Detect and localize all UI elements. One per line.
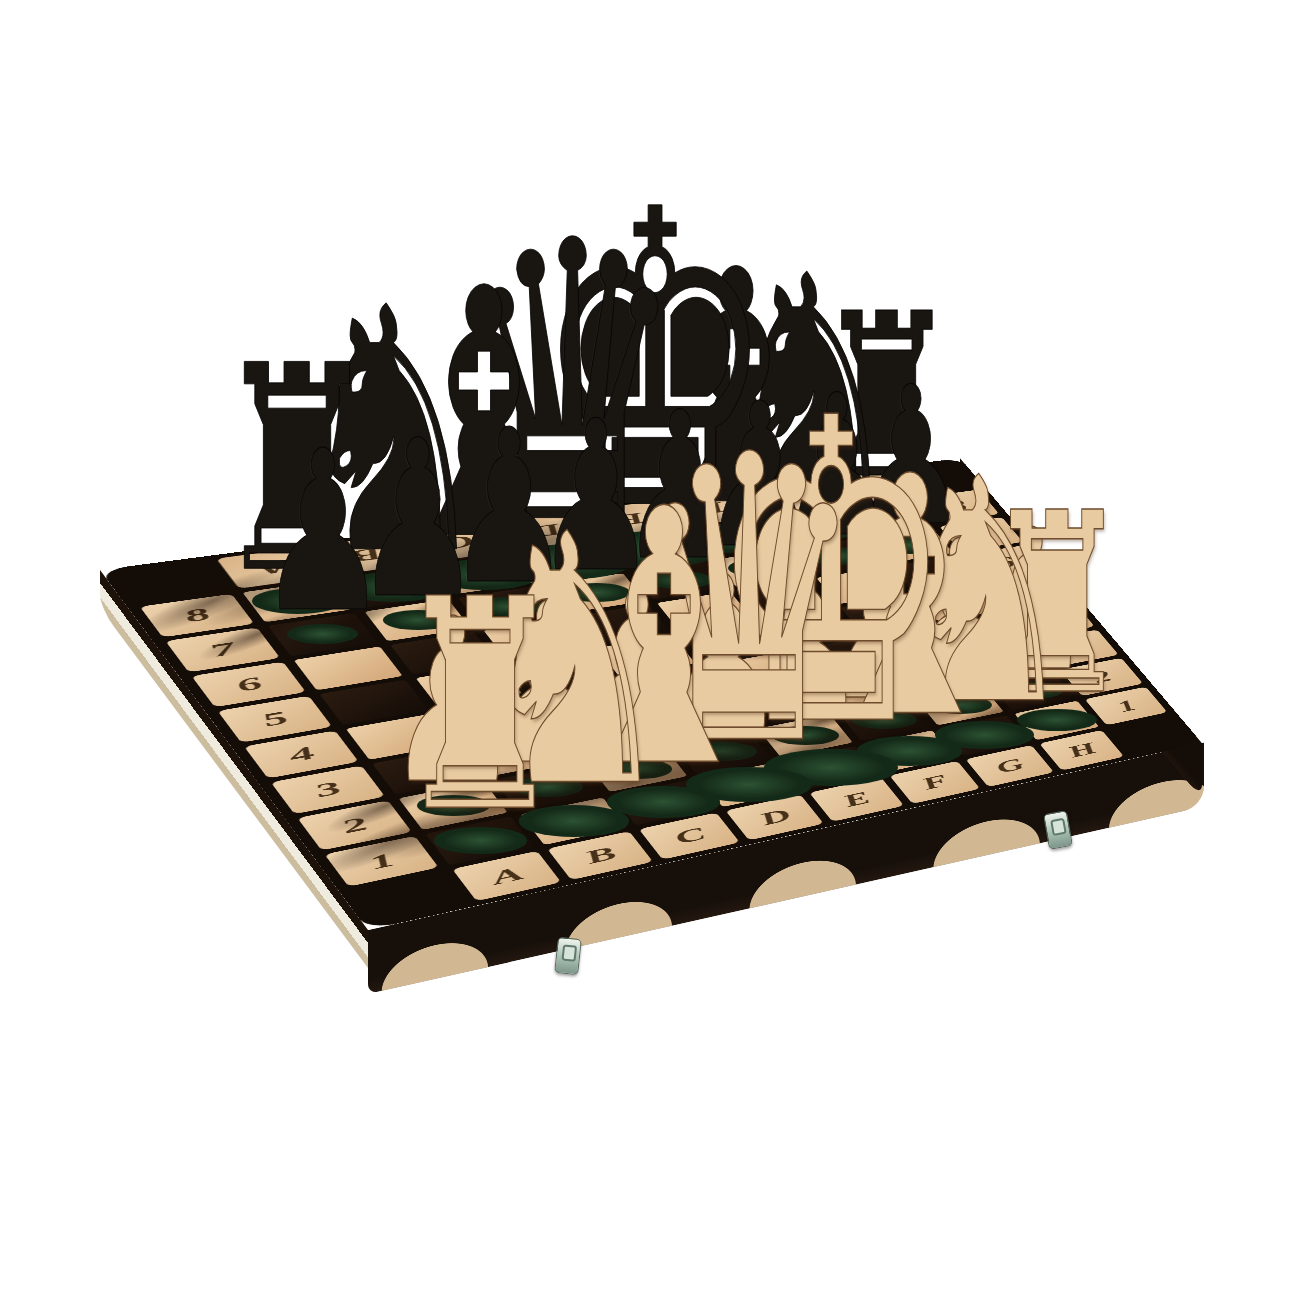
file-label-top-g: G: [744, 481, 833, 516]
chess-board: ABCDEFGH8877665544332211ABCDEFGH: [100, 458, 1202, 930]
metal-clasp-front[interactable]: [554, 937, 582, 975]
chess-set-photo: ABCDEFGH8877665544332211ABCDEFGH ♜♞♝♛♚♝♞…: [0, 0, 1300, 1300]
file-label-top-h: H: [820, 471, 906, 505]
file-label-top-f: F: [665, 491, 757, 527]
board-corner: [892, 462, 975, 495]
